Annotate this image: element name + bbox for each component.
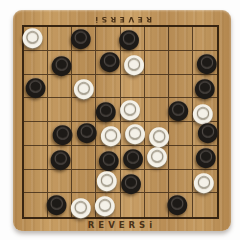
black-disc: ● (195, 143, 218, 169)
white-disc: ● (192, 99, 215, 125)
cell-f3[interactable] (145, 75, 169, 99)
cell-e8[interactable] (121, 193, 145, 217)
black-disc: ● (98, 146, 121, 172)
cell-g2[interactable] (169, 51, 193, 75)
cell-d2[interactable]: ● (96, 51, 120, 75)
cell-b6[interactable]: ● (48, 146, 72, 170)
cell-d5[interactable]: ● (96, 122, 120, 146)
cell-e3[interactable] (121, 75, 145, 99)
cell-b5[interactable]: ● (48, 122, 72, 146)
cell-d1[interactable] (96, 27, 120, 51)
cell-g4[interactable]: ● (169, 98, 193, 122)
black-disc: ● (118, 25, 141, 51)
cell-g1[interactable] (169, 27, 193, 51)
cell-g7[interactable] (169, 170, 193, 194)
cell-h3[interactable]: ● (193, 75, 217, 99)
cell-a6[interactable] (24, 146, 48, 170)
white-disc: ● (72, 74, 95, 100)
cell-h5[interactable]: ● (193, 122, 217, 146)
white-disc: ● (96, 166, 119, 192)
cell-f2[interactable] (145, 51, 169, 75)
white-disc: ● (94, 191, 117, 217)
cell-d6[interactable]: ● (96, 146, 120, 170)
black-disc: ● (49, 145, 72, 171)
black-disc: ● (95, 97, 118, 123)
cell-h8[interactable] (193, 193, 217, 217)
cell-d7[interactable]: ● (96, 170, 120, 194)
cell-c8[interactable]: ● (72, 193, 96, 217)
cell-f8[interactable] (145, 193, 169, 217)
cell-a5[interactable] (24, 122, 48, 146)
cell-b7[interactable] (48, 170, 72, 194)
cell-e4[interactable]: ● (121, 98, 145, 122)
cell-b4[interactable] (48, 98, 72, 122)
white-disc: ● (148, 122, 171, 148)
cell-e1[interactable]: ● (121, 27, 145, 51)
cell-g6[interactable] (169, 146, 193, 170)
cell-c6[interactable] (72, 146, 96, 170)
cell-a8[interactable] (24, 193, 48, 217)
black-disc: ● (197, 118, 220, 144)
black-disc: ● (196, 49, 219, 75)
black-disc: ● (24, 73, 47, 99)
white-disc: ● (119, 95, 142, 121)
cell-h6[interactable]: ● (193, 146, 217, 170)
board-title-top: REVERSi (13, 14, 231, 25)
cell-a7[interactable] (24, 170, 48, 194)
cell-f4[interactable] (145, 98, 169, 122)
cell-a4[interactable] (24, 98, 48, 122)
cell-c7[interactable] (72, 170, 96, 194)
cell-f1[interactable] (145, 27, 169, 51)
white-disc: ● (123, 50, 146, 76)
cell-c3[interactable]: ● (72, 75, 96, 99)
cell-a1[interactable]: ● (24, 27, 48, 51)
white-disc: ● (193, 168, 216, 194)
cell-e2[interactable]: ● (121, 51, 145, 75)
cell-c1[interactable]: ● (72, 27, 96, 51)
photo-background: REVERSi ●●●●●●●●●●●●●●●●●●●●●●●●●●●●●●●●… (0, 0, 240, 240)
cell-h2[interactable]: ● (193, 51, 217, 75)
white-disc: ● (100, 121, 123, 147)
cell-e6[interactable]: ● (121, 146, 145, 170)
cell-g5[interactable] (169, 122, 193, 146)
black-disc: ● (122, 144, 145, 170)
cell-e5[interactable]: ● (121, 122, 145, 146)
cell-d8[interactable]: ● (96, 193, 120, 217)
cell-e7[interactable]: ● (121, 170, 145, 194)
cell-h4[interactable]: ● (193, 98, 217, 122)
cell-b1[interactable] (48, 27, 72, 51)
white-disc: ● (69, 193, 92, 219)
cell-h1[interactable] (193, 27, 217, 51)
cell-g3[interactable] (169, 75, 193, 99)
cell-c2[interactable] (72, 51, 96, 75)
black-disc: ● (166, 190, 189, 216)
black-disc: ● (167, 96, 190, 122)
white-disc: ● (146, 142, 169, 168)
cell-f5[interactable]: ● (145, 122, 169, 146)
black-disc: ● (45, 190, 68, 216)
cell-b2[interactable]: ● (48, 51, 72, 75)
black-disc: ● (69, 24, 92, 50)
black-disc: ● (99, 47, 122, 73)
black-disc: ● (50, 51, 73, 77)
black-disc: ● (75, 118, 98, 144)
black-disc: ● (51, 120, 74, 146)
board-title-bottom: REVERSi (13, 219, 231, 231)
cell-f6[interactable]: ● (145, 146, 169, 170)
black-disc: ● (194, 74, 217, 100)
cell-b3[interactable] (48, 75, 72, 99)
white-disc: ● (21, 23, 44, 49)
black-disc: ● (120, 169, 143, 195)
cell-d4[interactable]: ● (96, 98, 120, 122)
cell-h7[interactable]: ● (193, 170, 217, 194)
cell-c4[interactable] (72, 98, 96, 122)
white-disc: ● (124, 119, 147, 145)
cell-c5[interactable]: ● (72, 122, 96, 146)
cell-b8[interactable]: ● (48, 193, 72, 217)
reversi-board: REVERSi ●●●●●●●●●●●●●●●●●●●●●●●●●●●●●●●●… (13, 10, 231, 231)
cell-a2[interactable] (24, 51, 48, 75)
cell-d3[interactable] (96, 75, 120, 99)
board-grid: ●●●●●●●●●●●●●●●●●●●●●●●●●●●●●●●● (22, 25, 219, 219)
cell-a3[interactable]: ● (24, 75, 48, 99)
cell-g8[interactable]: ● (169, 193, 193, 217)
cell-f7[interactable] (145, 170, 169, 194)
